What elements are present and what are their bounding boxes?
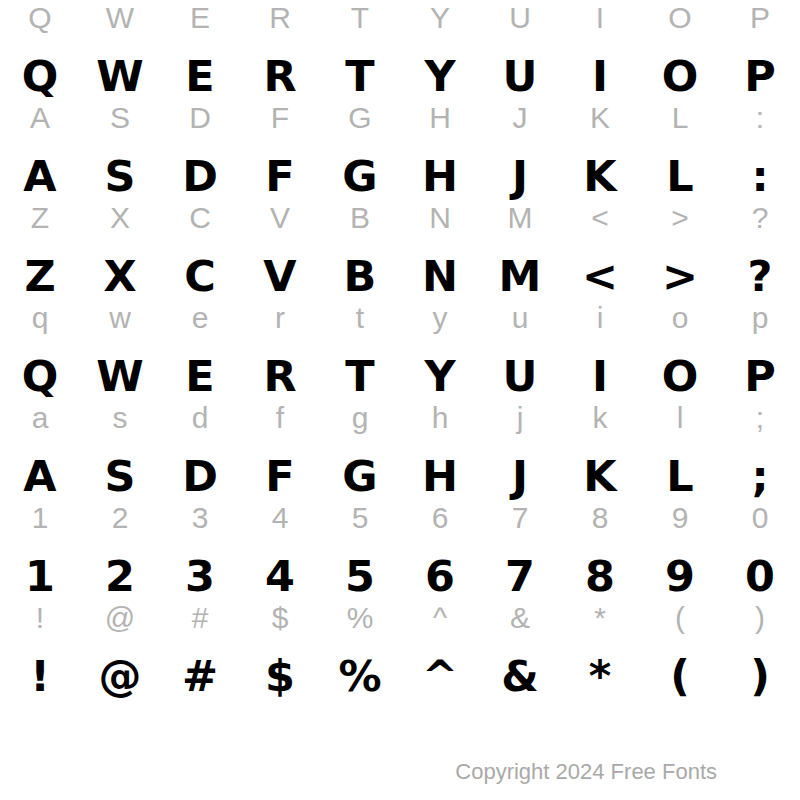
font-glyph-r3c9: P xyxy=(720,344,800,408)
font-glyph-r3c7: I xyxy=(560,344,640,408)
font-glyph-r4c3: F xyxy=(240,444,320,508)
font-glyph-r4c0: A xyxy=(0,444,80,508)
font-glyph-r0c5: Y xyxy=(400,44,480,108)
font-glyph-r1c6: J xyxy=(480,144,560,208)
key-label-row-0: QWERTYUIOP xyxy=(0,0,800,36)
font-glyph-r3c6: U xyxy=(480,344,560,408)
font-glyph-r1c5: H xyxy=(400,144,480,208)
row-pair-3: qwertyuiopQWERTYUIOP xyxy=(0,300,800,400)
font-glyph-r2c5: N xyxy=(400,244,480,308)
font-glyph-row-1: ASDFGHJKL: xyxy=(0,136,800,200)
key-label-r0c6: U xyxy=(480,0,560,36)
row-pair-2: ZXCVBNM<>?ZXCVBNM<>? xyxy=(0,200,800,300)
font-glyph-r0c2: E xyxy=(160,44,240,108)
font-glyph-r6c9: ) xyxy=(720,644,800,708)
font-glyph-r3c0: Q xyxy=(0,344,80,408)
font-glyph-r0c9: P xyxy=(720,44,800,108)
font-glyph-r1c9: : xyxy=(720,144,800,208)
font-glyph-r4c8: L xyxy=(640,444,720,508)
font-glyph-r1c3: F xyxy=(240,144,320,208)
font-glyph-r4c5: H xyxy=(400,444,480,508)
font-glyph-row-5: 1234567890 xyxy=(0,536,800,600)
font-glyph-r3c4: T xyxy=(320,344,400,408)
row-pair-0: QWERTYUIOPQWERTYUIOP xyxy=(0,0,800,100)
font-glyph-row-3: QWERTYUIOP xyxy=(0,336,800,400)
font-glyph-r4c2: D xyxy=(160,444,240,508)
key-label-r0c7: I xyxy=(560,0,640,36)
key-label-r0c5: Y xyxy=(400,0,480,36)
font-glyph-r4c9: ; xyxy=(720,444,800,508)
font-glyph-r5c6: 7 xyxy=(480,544,560,608)
font-glyph-r6c3: $ xyxy=(240,644,320,708)
font-glyph-r3c1: W xyxy=(80,344,160,408)
font-glyph-r4c6: J xyxy=(480,444,560,508)
font-glyph-r0c7: I xyxy=(560,44,640,108)
font-glyph-r6c6: & xyxy=(480,644,560,708)
font-glyph-r2c9: ? xyxy=(720,244,800,308)
font-glyph-row-4: ASDFGHJKL; xyxy=(0,436,800,500)
font-glyph-r2c1: X xyxy=(80,244,160,308)
footer-copyright: Copyright 2024 Free Fonts xyxy=(455,759,717,785)
font-glyph-r0c4: T xyxy=(320,44,400,108)
font-glyph-r5c2: 3 xyxy=(160,544,240,608)
font-glyph-r2c8: > xyxy=(640,244,720,308)
font-glyph-r1c0: A xyxy=(0,144,80,208)
font-glyph-r5c5: 6 xyxy=(400,544,480,608)
font-glyph-r1c2: D xyxy=(160,144,240,208)
font-glyph-r0c1: W xyxy=(80,44,160,108)
font-glyph-r5c0: 1 xyxy=(0,544,80,608)
key-label-r0c0: Q xyxy=(0,0,80,36)
font-glyph-r3c8: O xyxy=(640,344,720,408)
font-glyph-r5c1: 2 xyxy=(80,544,160,608)
font-glyph-r5c3: 4 xyxy=(240,544,320,608)
row-pair-6: !@#$%^&*()!@#$%^&*() xyxy=(0,600,800,700)
key-label-r0c1: W xyxy=(80,0,160,36)
key-label-r0c9: P xyxy=(720,0,800,36)
font-glyph-row-2: ZXCVBNM<>? xyxy=(0,236,800,300)
font-glyph-r4c7: K xyxy=(560,444,640,508)
row-pair-1: ASDFGHJKL:ASDFGHJKL: xyxy=(0,100,800,200)
row-pair-4: asdfghjkl;ASDFGHJKL; xyxy=(0,400,800,500)
key-label-r0c8: O xyxy=(640,0,720,36)
font-glyph-r2c7: < xyxy=(560,244,640,308)
font-glyph-r1c1: S xyxy=(80,144,160,208)
row-pair-5: 12345678901234567890 xyxy=(0,500,800,600)
key-label-r0c2: E xyxy=(160,0,240,36)
font-glyph-r1c8: L xyxy=(640,144,720,208)
key-label-r0c3: R xyxy=(240,0,320,36)
font-glyph-r6c7: * xyxy=(560,644,640,708)
font-glyph-r1c7: K xyxy=(560,144,640,208)
font-glyph-r2c4: B xyxy=(320,244,400,308)
font-glyph-r3c2: E xyxy=(160,344,240,408)
font-glyph-r0c6: U xyxy=(480,44,560,108)
font-glyph-r1c4: G xyxy=(320,144,400,208)
font-glyph-r5c4: 5 xyxy=(320,544,400,608)
font-glyph-r4c1: S xyxy=(80,444,160,508)
font-glyph-r4c4: G xyxy=(320,444,400,508)
font-glyph-r2c2: C xyxy=(160,244,240,308)
font-glyph-r2c0: Z xyxy=(0,244,80,308)
font-glyph-r6c5: ^ xyxy=(400,644,480,708)
character-grid: QWERTYUIOPQWERTYUIOPASDFGHJKL:ASDFGHJKL:… xyxy=(0,0,800,700)
font-glyph-r0c8: O xyxy=(640,44,720,108)
font-glyph-r5c9: 0 xyxy=(720,544,800,608)
font-glyph-r6c0: ! xyxy=(0,644,80,708)
font-glyph-r2c6: M xyxy=(480,244,560,308)
font-glyph-r3c3: R xyxy=(240,344,320,408)
font-glyph-r6c8: ( xyxy=(640,644,720,708)
font-glyph-r6c2: # xyxy=(160,644,240,708)
font-glyph-r0c3: R xyxy=(240,44,320,108)
font-glyph-r3c5: Y xyxy=(400,344,480,408)
font-glyph-r6c1: @ xyxy=(80,644,160,708)
key-label-r0c4: T xyxy=(320,0,400,36)
font-glyph-row-6: !@#$%^&*() xyxy=(0,636,800,700)
font-glyph-r0c0: Q xyxy=(0,44,80,108)
font-glyph-r5c8: 9 xyxy=(640,544,720,608)
font-preview-page: QWERTYUIOPQWERTYUIOPASDFGHJKL:ASDFGHJKL:… xyxy=(0,0,800,800)
font-glyph-r2c3: V xyxy=(240,244,320,308)
font-glyph-r6c4: % xyxy=(320,644,400,708)
font-glyph-r5c7: 8 xyxy=(560,544,640,608)
font-glyph-row-0: QWERTYUIOP xyxy=(0,36,800,100)
